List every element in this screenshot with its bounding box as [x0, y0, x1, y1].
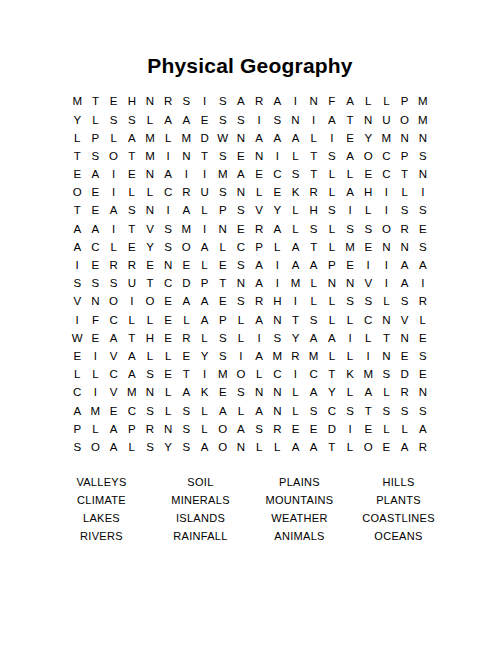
grid-cell[interactable]: T: [377, 329, 395, 347]
grid-cell[interactable]: S: [105, 111, 123, 129]
grid-cell[interactable]: A: [396, 439, 414, 457]
grid-cell[interactable]: E: [86, 202, 104, 220]
grid-cell[interactable]: A: [341, 93, 359, 111]
grid-cell[interactable]: A: [105, 439, 123, 457]
grid-cell[interactable]: S: [232, 293, 250, 311]
grid-cell[interactable]: L: [323, 166, 341, 184]
grid-cell[interactable]: E: [377, 439, 395, 457]
grid-cell[interactable]: L: [268, 439, 286, 457]
grid-cell[interactable]: A: [286, 439, 304, 457]
grid-cell[interactable]: N: [359, 111, 377, 129]
grid-cell[interactable]: I: [159, 202, 177, 220]
grid-cell[interactable]: L: [86, 111, 104, 129]
grid-cell[interactable]: C: [377, 166, 395, 184]
grid-cell[interactable]: L: [341, 311, 359, 329]
grid-cell[interactable]: L: [159, 348, 177, 366]
grid-cell[interactable]: Y: [195, 348, 213, 366]
grid-cell[interactable]: A: [177, 384, 195, 402]
grid-cell[interactable]: L: [159, 402, 177, 420]
grid-cell[interactable]: A: [286, 129, 304, 147]
grid-cell[interactable]: S: [68, 439, 86, 457]
grid-cell[interactable]: N: [377, 239, 395, 257]
grid-cell[interactable]: E: [177, 348, 195, 366]
grid-cell[interactable]: Y: [159, 439, 177, 457]
grid-cell[interactable]: I: [305, 111, 323, 129]
grid-cell[interactable]: L: [141, 111, 159, 129]
grid-cell[interactable]: D: [177, 275, 195, 293]
grid-cell[interactable]: A: [195, 439, 213, 457]
grid-cell[interactable]: M: [86, 402, 104, 420]
grid-cell[interactable]: H: [141, 329, 159, 347]
grid-cell[interactable]: S: [250, 420, 268, 438]
grid-cell[interactable]: I: [195, 366, 213, 384]
grid-cell[interactable]: E: [341, 257, 359, 275]
grid-cell[interactable]: Y: [286, 329, 304, 347]
grid-cell[interactable]: N: [159, 257, 177, 275]
grid-cell[interactable]: P: [195, 275, 213, 293]
grid-cell[interactable]: A: [250, 402, 268, 420]
grid-cell[interactable]: R: [141, 420, 159, 438]
grid-cell[interactable]: L: [141, 348, 159, 366]
grid-cell[interactable]: I: [359, 348, 377, 366]
grid-cell[interactable]: S: [159, 220, 177, 238]
grid-cell[interactable]: L: [414, 311, 432, 329]
grid-cell[interactable]: L: [214, 239, 232, 257]
grid-cell[interactable]: P: [123, 420, 141, 438]
grid-cell[interactable]: L: [286, 202, 304, 220]
grid-cell[interactable]: I: [86, 384, 104, 402]
grid-cell[interactable]: V: [105, 348, 123, 366]
grid-cell[interactable]: S: [214, 148, 232, 166]
grid-cell[interactable]: V: [359, 275, 377, 293]
grid-cell[interactable]: M: [305, 348, 323, 366]
grid-cell[interactable]: S: [177, 402, 195, 420]
grid-cell[interactable]: I: [286, 93, 304, 111]
grid-cell[interactable]: E: [359, 239, 377, 257]
grid-cell[interactable]: T: [141, 275, 159, 293]
grid-cell[interactable]: O: [214, 420, 232, 438]
grid-cell[interactable]: A: [232, 420, 250, 438]
grid-cell[interactable]: M: [414, 93, 432, 111]
grid-cell[interactable]: L: [377, 93, 395, 111]
grid-cell[interactable]: C: [123, 402, 141, 420]
grid-cell[interactable]: A: [214, 402, 232, 420]
grid-cell[interactable]: A: [305, 439, 323, 457]
grid-cell[interactable]: L: [123, 311, 141, 329]
grid-cell[interactable]: L: [305, 129, 323, 147]
grid-cell[interactable]: L: [286, 402, 304, 420]
grid-cell[interactable]: M: [214, 366, 232, 384]
grid-cell[interactable]: I: [159, 148, 177, 166]
grid-cell[interactable]: T: [86, 93, 104, 111]
grid-cell[interactable]: A: [396, 257, 414, 275]
grid-cell[interactable]: S: [377, 402, 395, 420]
grid-cell[interactable]: S: [396, 293, 414, 311]
grid-cell[interactable]: E: [232, 220, 250, 238]
grid-cell[interactable]: L: [68, 366, 86, 384]
grid-cell[interactable]: L: [323, 293, 341, 311]
grid-cell[interactable]: M: [141, 129, 159, 147]
grid-cell[interactable]: A: [323, 329, 341, 347]
grid-cell[interactable]: I: [323, 129, 341, 147]
grid-cell[interactable]: L: [305, 293, 323, 311]
grid-cell[interactable]: L: [68, 129, 86, 147]
grid-cell[interactable]: A: [396, 275, 414, 293]
grid-cell[interactable]: W: [214, 129, 232, 147]
grid-cell[interactable]: A: [305, 257, 323, 275]
grid-cell[interactable]: A: [177, 293, 195, 311]
grid-cell[interactable]: I: [414, 275, 432, 293]
grid-cell[interactable]: S: [141, 366, 159, 384]
grid-cell[interactable]: N: [377, 348, 395, 366]
grid-cell[interactable]: I: [377, 257, 395, 275]
grid-cell[interactable]: T: [323, 366, 341, 384]
grid-cell[interactable]: O: [177, 239, 195, 257]
grid-cell[interactable]: S: [341, 220, 359, 238]
grid-cell[interactable]: S: [305, 220, 323, 238]
grid-cell[interactable]: I: [286, 366, 304, 384]
grid-cell[interactable]: I: [68, 257, 86, 275]
grid-cell[interactable]: L: [105, 239, 123, 257]
grid-cell[interactable]: E: [86, 257, 104, 275]
grid-cell[interactable]: E: [214, 384, 232, 402]
grid-cell[interactable]: A: [177, 111, 195, 129]
grid-cell[interactable]: L: [250, 366, 268, 384]
grid-cell[interactable]: A: [341, 184, 359, 202]
grid-cell[interactable]: E: [123, 166, 141, 184]
grid-cell[interactable]: V: [141, 220, 159, 238]
grid-cell[interactable]: L: [359, 93, 377, 111]
grid-cell[interactable]: S: [414, 148, 432, 166]
grid-cell[interactable]: L: [359, 202, 377, 220]
grid-cell[interactable]: S: [214, 111, 232, 129]
grid-cell[interactable]: R: [414, 439, 432, 457]
grid-cell[interactable]: A: [359, 384, 377, 402]
grid-cell[interactable]: I: [232, 348, 250, 366]
grid-cell[interactable]: L: [141, 311, 159, 329]
grid-cell[interactable]: I: [195, 93, 213, 111]
grid-cell[interactable]: S: [232, 202, 250, 220]
grid-cell[interactable]: D: [195, 129, 213, 147]
grid-cell[interactable]: N: [396, 239, 414, 257]
grid-cell[interactable]: S: [414, 348, 432, 366]
grid-cell[interactable]: V: [250, 202, 268, 220]
grid-cell[interactable]: T: [123, 148, 141, 166]
grid-cell[interactable]: I: [377, 275, 395, 293]
grid-cell[interactable]: S: [141, 439, 159, 457]
grid-cell[interactable]: A: [305, 329, 323, 347]
grid-cell[interactable]: L: [195, 402, 213, 420]
grid-cell[interactable]: L: [123, 439, 141, 457]
grid-cell[interactable]: L: [177, 311, 195, 329]
grid-cell[interactable]: L: [323, 311, 341, 329]
grid-cell[interactable]: L: [341, 384, 359, 402]
grid-cell[interactable]: S: [232, 111, 250, 129]
grid-cell[interactable]: C: [159, 275, 177, 293]
grid-cell[interactable]: T: [323, 439, 341, 457]
grid-cell[interactable]: A: [250, 348, 268, 366]
grid-cell[interactable]: L: [141, 184, 159, 202]
grid-cell[interactable]: K: [195, 384, 213, 402]
grid-cell[interactable]: S: [323, 148, 341, 166]
grid-cell[interactable]: E: [414, 220, 432, 238]
grid-cell[interactable]: P: [68, 420, 86, 438]
grid-cell[interactable]: R: [286, 348, 304, 366]
grid-cell[interactable]: Y: [268, 202, 286, 220]
grid-cell[interactable]: N: [232, 439, 250, 457]
grid-cell[interactable]: E: [232, 148, 250, 166]
grid-cell[interactable]: L: [396, 420, 414, 438]
grid-cell[interactable]: E: [123, 239, 141, 257]
grid-cell[interactable]: M: [414, 111, 432, 129]
grid-cell[interactable]: S: [141, 402, 159, 420]
grid-cell[interactable]: L: [232, 329, 250, 347]
grid-cell[interactable]: T: [305, 166, 323, 184]
grid-cell[interactable]: T: [286, 311, 304, 329]
grid-cell[interactable]: R: [177, 184, 195, 202]
grid-cell[interactable]: N: [141, 166, 159, 184]
grid-cell[interactable]: L: [86, 366, 104, 384]
grid-cell[interactable]: I: [123, 293, 141, 311]
grid-cell[interactable]: L: [250, 184, 268, 202]
grid-cell[interactable]: T: [341, 111, 359, 129]
grid-cell[interactable]: O: [105, 148, 123, 166]
grid-cell[interactable]: L: [377, 384, 395, 402]
grid-cell[interactable]: C: [86, 239, 104, 257]
grid-cell[interactable]: C: [105, 311, 123, 329]
grid-cell[interactable]: N: [396, 329, 414, 347]
grid-cell[interactable]: A: [105, 329, 123, 347]
grid-cell[interactable]: L: [232, 311, 250, 329]
grid-cell[interactable]: I: [86, 348, 104, 366]
grid-cell[interactable]: K: [286, 184, 304, 202]
grid-cell[interactable]: A: [341, 148, 359, 166]
grid-cell[interactable]: A: [86, 166, 104, 184]
grid-cell[interactable]: L: [195, 420, 213, 438]
grid-cell[interactable]: L: [286, 384, 304, 402]
grid-cell[interactable]: P: [396, 93, 414, 111]
grid-cell[interactable]: R: [250, 293, 268, 311]
grid-cell[interactable]: N: [377, 311, 395, 329]
grid-cell[interactable]: O: [359, 439, 377, 457]
grid-cell[interactable]: M: [341, 239, 359, 257]
grid-cell[interactable]: A: [123, 348, 141, 366]
grid-cell[interactable]: M: [377, 129, 395, 147]
grid-cell[interactable]: N: [323, 275, 341, 293]
grid-cell[interactable]: L: [232, 402, 250, 420]
grid-cell[interactable]: I: [286, 293, 304, 311]
grid-cell[interactable]: T: [68, 148, 86, 166]
grid-cell[interactable]: L: [286, 220, 304, 238]
grid-cell[interactable]: A: [105, 202, 123, 220]
grid-cell[interactable]: N: [250, 384, 268, 402]
grid-cell[interactable]: L: [341, 166, 359, 184]
grid-cell[interactable]: E: [68, 166, 86, 184]
grid-cell[interactable]: Y: [141, 239, 159, 257]
grid-cell[interactable]: S: [86, 148, 104, 166]
grid-cell[interactable]: M: [177, 220, 195, 238]
grid-cell[interactable]: A: [232, 93, 250, 111]
grid-cell[interactable]: L: [377, 293, 395, 311]
grid-cell[interactable]: E: [214, 257, 232, 275]
grid-cell[interactable]: O: [105, 293, 123, 311]
grid-cell[interactable]: I: [250, 111, 268, 129]
grid-cell[interactable]: L: [323, 239, 341, 257]
grid-cell[interactable]: S: [359, 220, 377, 238]
grid-cell[interactable]: E: [159, 366, 177, 384]
grid-cell[interactable]: N: [414, 384, 432, 402]
grid-cell[interactable]: E: [141, 257, 159, 275]
grid-cell[interactable]: I: [341, 329, 359, 347]
grid-cell[interactable]: S: [214, 348, 232, 366]
grid-cell[interactable]: N: [396, 129, 414, 147]
grid-cell[interactable]: V: [68, 293, 86, 311]
grid-cell[interactable]: A: [159, 166, 177, 184]
grid-cell[interactable]: S: [305, 311, 323, 329]
grid-cell[interactable]: S: [214, 184, 232, 202]
grid-cell[interactable]: E: [86, 184, 104, 202]
grid-cell[interactable]: N: [141, 93, 159, 111]
grid-cell[interactable]: D: [396, 366, 414, 384]
grid-cell[interactable]: H: [359, 184, 377, 202]
grid-cell[interactable]: O: [141, 293, 159, 311]
grid-cell[interactable]: N: [177, 148, 195, 166]
grid-cell[interactable]: E: [214, 293, 232, 311]
grid-cell[interactable]: T: [177, 366, 195, 384]
grid-cell[interactable]: N: [268, 384, 286, 402]
grid-cell[interactable]: S: [323, 202, 341, 220]
grid-cell[interactable]: L: [105, 129, 123, 147]
grid-cell[interactable]: Y: [323, 384, 341, 402]
grid-cell[interactable]: P: [323, 257, 341, 275]
grid-cell[interactable]: S: [414, 202, 432, 220]
grid-cell[interactable]: C: [305, 366, 323, 384]
grid-cell[interactable]: S: [177, 93, 195, 111]
grid-cell[interactable]: P: [86, 129, 104, 147]
grid-cell[interactable]: L: [323, 348, 341, 366]
grid-cell[interactable]: N: [159, 420, 177, 438]
grid-cell[interactable]: E: [414, 329, 432, 347]
grid-cell[interactable]: M: [68, 93, 86, 111]
grid-cell[interactable]: N: [86, 293, 104, 311]
grid-cell[interactable]: E: [359, 420, 377, 438]
grid-cell[interactable]: C: [268, 166, 286, 184]
grid-cell[interactable]: C: [323, 402, 341, 420]
grid-cell[interactable]: V: [396, 311, 414, 329]
grid-cell[interactable]: N: [414, 166, 432, 184]
grid-cell[interactable]: A: [195, 311, 213, 329]
grid-cell[interactable]: L: [123, 184, 141, 202]
grid-cell[interactable]: E: [341, 129, 359, 147]
grid-cell[interactable]: P: [396, 148, 414, 166]
grid-cell[interactable]: A: [268, 93, 286, 111]
grid-cell[interactable]: R: [396, 220, 414, 238]
grid-cell[interactable]: A: [68, 402, 86, 420]
grid-cell[interactable]: R: [396, 384, 414, 402]
grid-cell[interactable]: N: [141, 384, 159, 402]
grid-cell[interactable]: S: [414, 239, 432, 257]
grid-cell[interactable]: S: [305, 402, 323, 420]
grid-cell[interactable]: N: [268, 402, 286, 420]
grid-cell[interactable]: A: [250, 257, 268, 275]
grid-cell[interactable]: I: [105, 220, 123, 238]
grid-cell[interactable]: N: [305, 93, 323, 111]
grid-cell[interactable]: H: [268, 293, 286, 311]
grid-cell[interactable]: N: [286, 111, 304, 129]
grid-cell[interactable]: A: [268, 220, 286, 238]
grid-cell[interactable]: S: [232, 384, 250, 402]
grid-cell[interactable]: L: [305, 275, 323, 293]
grid-cell[interactable]: A: [68, 220, 86, 238]
grid-cell[interactable]: A: [195, 239, 213, 257]
grid-cell[interactable]: I: [105, 166, 123, 184]
grid-cell[interactable]: E: [177, 257, 195, 275]
grid-cell[interactable]: S: [232, 257, 250, 275]
grid-cell[interactable]: L: [341, 348, 359, 366]
grid-cell[interactable]: A: [250, 311, 268, 329]
grid-cell[interactable]: S: [286, 166, 304, 184]
grid-cell[interactable]: U: [123, 275, 141, 293]
grid-cell[interactable]: R: [414, 293, 432, 311]
grid-cell[interactable]: F: [323, 93, 341, 111]
grid-cell[interactable]: I: [195, 220, 213, 238]
grid-cell[interactable]: S: [123, 111, 141, 129]
grid-cell[interactable]: S: [268, 111, 286, 129]
grid-cell[interactable]: R: [177, 329, 195, 347]
grid-cell[interactable]: A: [286, 239, 304, 257]
grid-cell[interactable]: E: [68, 348, 86, 366]
grid-cell[interactable]: S: [377, 366, 395, 384]
grid-cell[interactable]: R: [159, 93, 177, 111]
grid-cell[interactable]: A: [105, 420, 123, 438]
grid-cell[interactable]: M: [286, 275, 304, 293]
grid-cell[interactable]: A: [177, 202, 195, 220]
grid-cell[interactable]: U: [195, 184, 213, 202]
grid-cell[interactable]: L: [396, 184, 414, 202]
grid-cell[interactable]: O: [396, 111, 414, 129]
grid-cell[interactable]: S: [396, 402, 414, 420]
grid-cell[interactable]: M: [268, 348, 286, 366]
grid-cell[interactable]: W: [68, 329, 86, 347]
grid-cell[interactable]: T: [305, 148, 323, 166]
grid-cell[interactable]: L: [159, 129, 177, 147]
grid-cell[interactable]: T: [214, 275, 232, 293]
grid-cell[interactable]: S: [268, 329, 286, 347]
grid-cell[interactable]: C: [159, 184, 177, 202]
grid-cell[interactable]: Y: [359, 129, 377, 147]
grid-cell[interactable]: R: [250, 93, 268, 111]
grid-cell[interactable]: Y: [68, 111, 86, 129]
grid-cell[interactable]: L: [268, 239, 286, 257]
grid-cell[interactable]: N: [268, 311, 286, 329]
grid-cell[interactable]: L: [341, 439, 359, 457]
grid-cell[interactable]: K: [341, 366, 359, 384]
grid-cell[interactable]: D: [323, 420, 341, 438]
grid-cell[interactable]: S: [159, 239, 177, 257]
grid-cell[interactable]: I: [268, 275, 286, 293]
grid-cell[interactable]: L: [195, 257, 213, 275]
grid-cell[interactable]: R: [250, 220, 268, 238]
grid-cell[interactable]: T: [305, 239, 323, 257]
grid-cell[interactable]: S: [105, 275, 123, 293]
grid-cell[interactable]: I: [341, 420, 359, 438]
grid-cell[interactable]: I: [377, 202, 395, 220]
grid-cell[interactable]: I: [341, 202, 359, 220]
grid-cell[interactable]: A: [232, 166, 250, 184]
grid-cell[interactable]: P: [214, 202, 232, 220]
grid-cell[interactable]: M: [177, 129, 195, 147]
grid-cell[interactable]: S: [341, 402, 359, 420]
